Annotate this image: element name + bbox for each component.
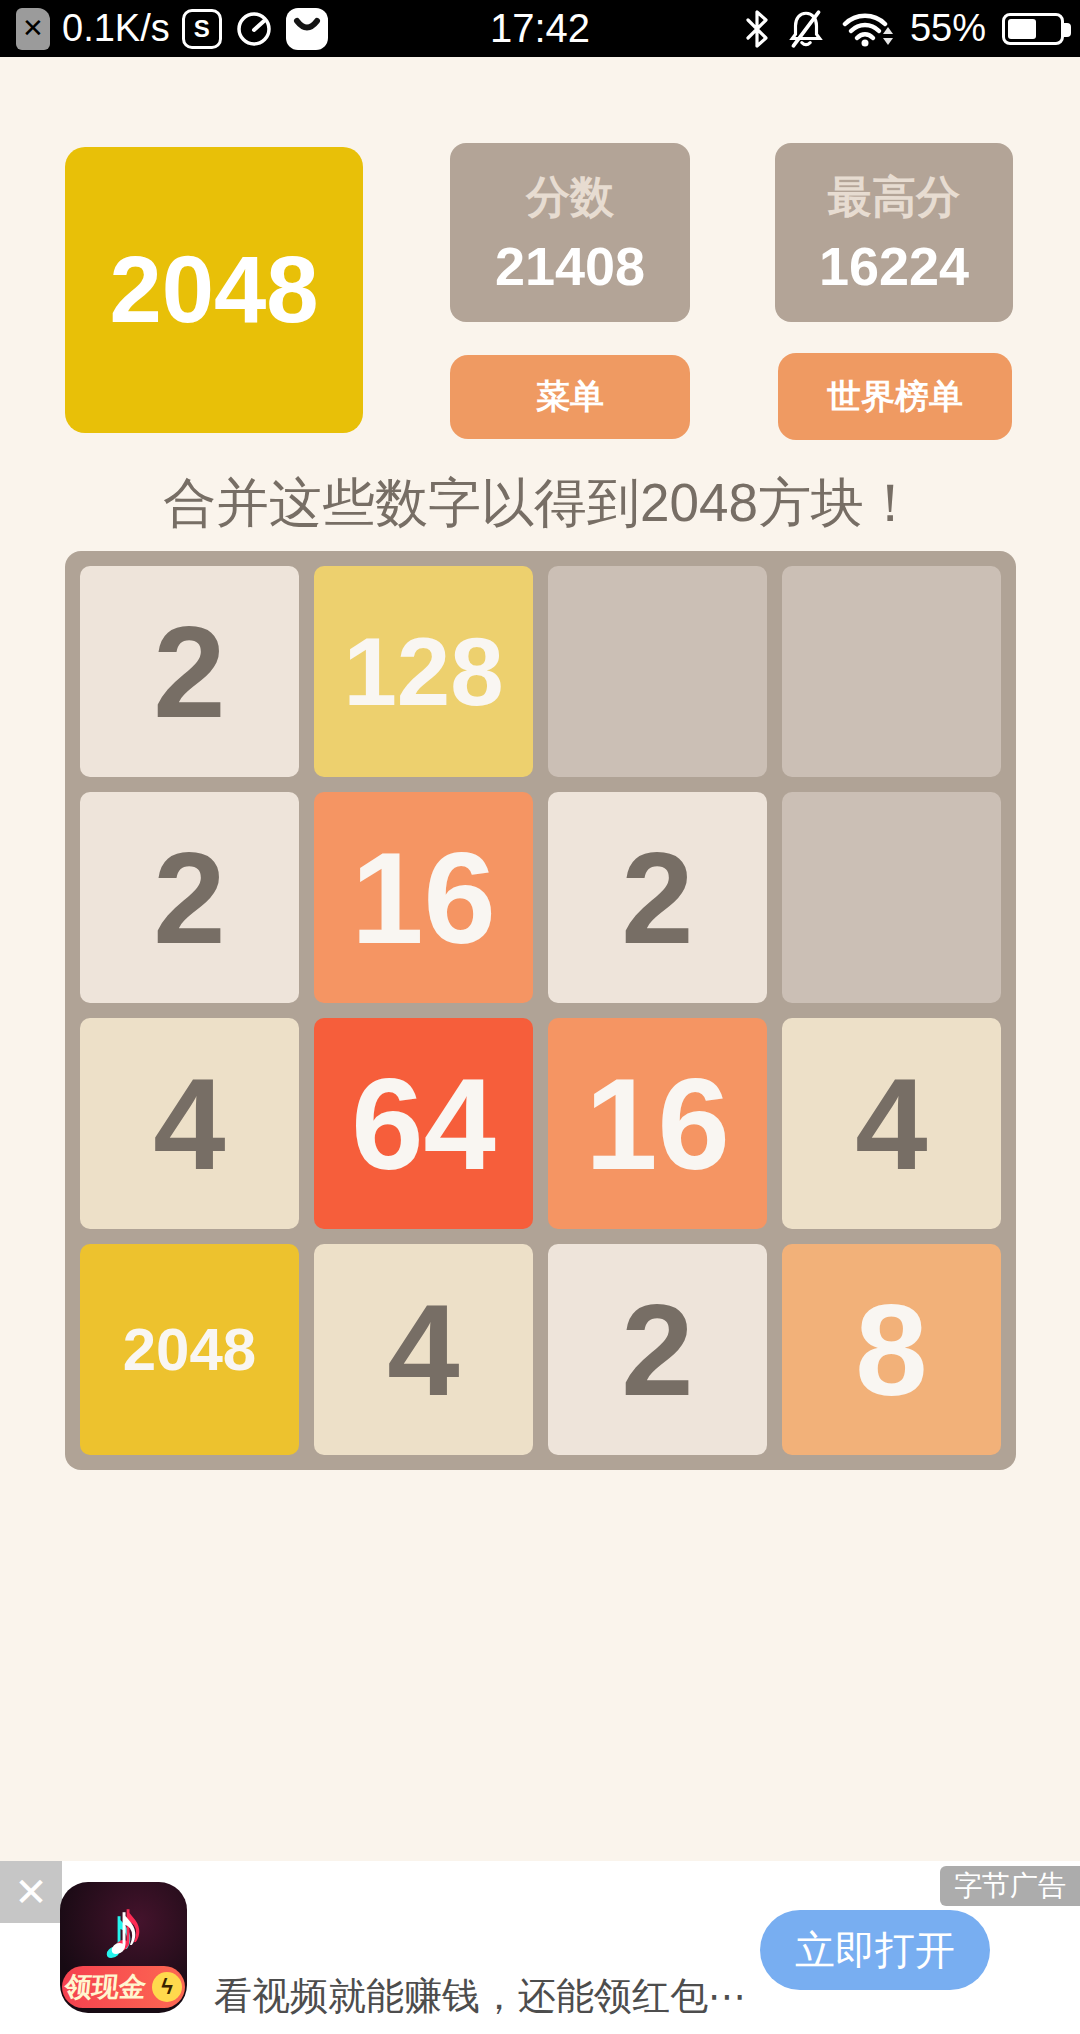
tile-4: 4 xyxy=(314,1244,533,1455)
smile-app-icon xyxy=(286,8,328,50)
world-leaderboard-button[interactable]: 世界榜单 xyxy=(778,353,1012,440)
battery-icon xyxy=(1002,13,1064,45)
tiktok-app-icon[interactable]: ♪ ♪ ♪ 领现金 ϟ xyxy=(60,1882,187,2013)
ad-text: 看视频就能赚钱，还能领红包⋯ xyxy=(214,1971,746,2022)
tile-2: 2 xyxy=(548,1244,767,1455)
empty-cell xyxy=(782,792,1001,1003)
wifi-icon xyxy=(842,10,894,48)
battery-tip xyxy=(1064,23,1071,37)
screenshot-s-icon: S xyxy=(182,9,222,49)
tile-2: 2 xyxy=(80,792,299,1003)
best-score-box: 最高分 16224 xyxy=(775,143,1013,322)
menu-button[interactable]: 菜单 xyxy=(450,355,690,439)
best-score-label: 最高分 xyxy=(828,168,960,227)
tile-4: 4 xyxy=(80,1018,299,1229)
sim-x-glyph: ✕ xyxy=(22,13,44,44)
clock-time: 17:42 xyxy=(490,6,590,51)
board[interactable]: 212821624641642048428 xyxy=(65,551,1016,1470)
screen: ✕ 0.1K/s S 17:42 xyxy=(0,0,1080,2034)
tile-8: 8 xyxy=(782,1244,1001,1455)
ad-banner[interactable]: ✕ ♪ ♪ ♪ 领现金 ϟ 看视频就能赚钱，还能领红包⋯ 立即打开 字节广告 xyxy=(0,1861,1080,2034)
music-note-icon: ♪ xyxy=(105,1891,143,1967)
status-right-cluster: 55% xyxy=(744,7,1064,50)
tile-16: 16 xyxy=(548,1018,767,1229)
status-bar: ✕ 0.1K/s S 17:42 xyxy=(0,0,1080,57)
tile-16: 16 xyxy=(314,792,533,1003)
sim-disabled-icon: ✕ xyxy=(16,8,50,50)
battery-percent: 55% xyxy=(910,7,986,50)
cash-ribbon: 领现金 ϟ xyxy=(62,1966,185,2008)
tile-2: 2 xyxy=(80,566,299,777)
tile-64: 64 xyxy=(314,1018,533,1229)
tile-2048: 2048 xyxy=(80,1244,299,1455)
bell-muted-icon xyxy=(786,8,826,50)
empty-cell xyxy=(782,566,1001,777)
cash-ribbon-label: 领现金 xyxy=(63,1969,148,2005)
ad-provider-badge: 字节广告 xyxy=(940,1866,1080,1906)
tile-2: 2 xyxy=(548,792,767,1003)
tile-128: 128 xyxy=(314,566,533,777)
status-left-cluster: ✕ 0.1K/s S xyxy=(16,7,328,50)
score-value: 21408 xyxy=(495,235,645,297)
ad-close-button[interactable]: ✕ xyxy=(0,1861,62,1923)
network-speed: 0.1K/s xyxy=(62,7,170,50)
battery-fill xyxy=(1008,19,1036,39)
empty-cell xyxy=(548,566,767,777)
score-label: 分数 xyxy=(526,168,614,227)
game-logo-tile: 2048 xyxy=(65,147,363,433)
tile-4: 4 xyxy=(782,1018,1001,1229)
close-icon: ✕ xyxy=(14,1869,48,1915)
s-glyph: S xyxy=(194,15,210,43)
game-subtitle: 合并这些数字以得到2048方块！ xyxy=(0,468,1080,540)
data-saver-clock-icon xyxy=(234,9,274,49)
best-score-value: 16224 xyxy=(819,235,969,297)
ad-open-button[interactable]: 立即打开 xyxy=(760,1910,990,1990)
bluetooth-icon xyxy=(744,9,770,49)
score-box: 分数 21408 xyxy=(450,143,690,322)
lightning-icon: ϟ xyxy=(152,1972,182,2002)
